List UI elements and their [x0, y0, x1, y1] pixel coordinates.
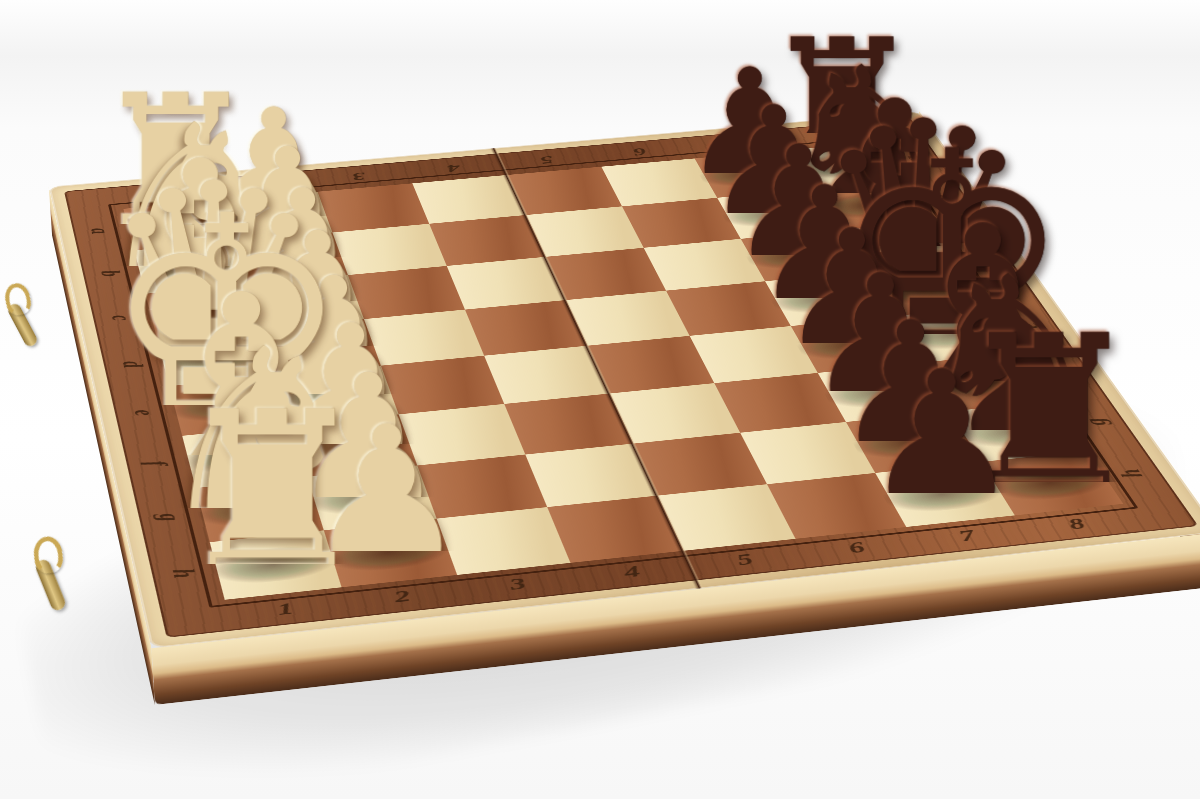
chess-board: aa11bb22cc33dd44ee55ff66gg77hh88 ♜♟♞♟♟♜♝…: [49, 111, 1200, 648]
black-pawn-glyph: ♟: [862, 348, 1021, 525]
photo-scene: aa11bb22cc33dd44ee55ff66gg77hh88 ♜♟♞♟♟♜♝…: [0, 0, 1200, 799]
white-rook-glyph: ♜: [173, 382, 372, 603]
piece-white-rook-h1[interactable]: ♜: [122, 325, 424, 564]
piece-black-pawn-h7[interactable]: ♟: [795, 302, 1087, 493]
